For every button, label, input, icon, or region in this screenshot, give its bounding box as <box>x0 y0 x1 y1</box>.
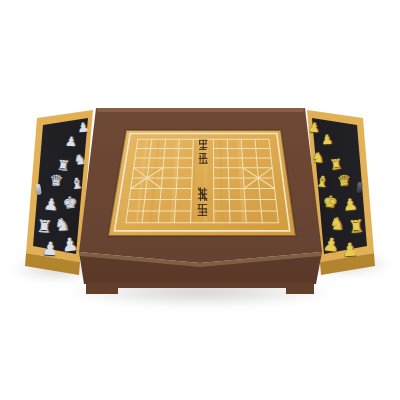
gold-piece-horse: ♞ <box>329 215 345 233</box>
gold-piece-soldier: ♟ <box>341 240 358 259</box>
xiangqi-box-set-photo: ♟♟♞♜♝♛♚♟♞♜♟♟♟♟♞♜♝♛♚♟♞♜♟♟ <box>0 0 400 400</box>
gold-piece-chariot: ♜ <box>329 157 343 172</box>
silver-piece-general: ♚ <box>62 194 78 211</box>
silver-piece-chariot: ♜ <box>56 158 70 173</box>
gold-piece-soldier: ♟ <box>342 196 358 213</box>
gold-piece-soldier: ♟ <box>308 120 321 134</box>
silver-piece-cannon: ♟ <box>61 235 79 255</box>
gold-piece-general: ♚ <box>322 193 338 210</box>
gold-piece-cannon: ♟ <box>322 235 340 255</box>
silver-piece-soldier: ♟ <box>77 120 90 134</box>
silver-piece-soldier: ♟ <box>43 196 59 213</box>
gold-piece-advisor: ♛ <box>337 173 351 189</box>
silver-piece-cannon: ♟ <box>65 134 78 148</box>
gold-piece-cannon: ♟ <box>321 132 334 146</box>
gold-piece-chariot: ♜ <box>348 218 365 236</box>
silver-piece-chariot: ♜ <box>36 218 53 236</box>
gold-piece-horse: ♞ <box>311 150 325 165</box>
silver-piece-horse: ♞ <box>54 216 70 234</box>
gold-piece-elephant: ♝ <box>314 174 329 191</box>
pieces-layer: ♟♟♞♜♝♛♚♟♞♜♟♟♟♟♞♜♝♛♚♟♞♜♟♟ <box>0 0 400 400</box>
silver-piece-horse: ♞ <box>73 152 87 167</box>
silver-piece-advisor: ♛ <box>49 173 63 189</box>
silver-piece-soldier: ♟ <box>41 239 58 258</box>
silver-piece-elephant: ♝ <box>69 176 84 193</box>
